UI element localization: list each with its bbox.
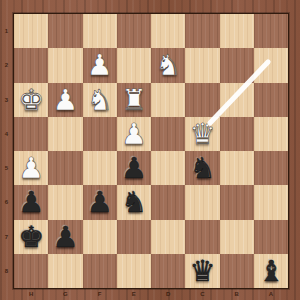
square-d6[interactable] [151, 185, 185, 219]
rank-label-5: 5 [2, 164, 11, 172]
square-b7[interactable] [220, 220, 254, 254]
file-label-b: B [232, 290, 242, 298]
piece-black-pawn-g7: ♟ [52, 220, 78, 254]
piece-black-knight-c5: ♞ [189, 151, 215, 185]
square-h3[interactable]: ♚ [14, 83, 48, 117]
square-d4[interactable] [151, 117, 185, 151]
square-a8[interactable]: ♝ [254, 254, 288, 288]
square-c2[interactable] [185, 48, 219, 82]
piece-white-rook-e3: ♜ [121, 83, 147, 117]
square-a7[interactable] [254, 220, 288, 254]
square-b4[interactable] [220, 117, 254, 151]
piece-white-pawn-e4: ♟ [121, 117, 147, 151]
square-c1[interactable] [185, 14, 219, 48]
rank-label-3: 3 [2, 96, 11, 104]
square-d8[interactable] [151, 254, 185, 288]
file-label-f: F [95, 290, 105, 298]
square-d5[interactable] [151, 151, 185, 185]
square-c5[interactable]: ♞ [185, 151, 219, 185]
square-g3[interactable]: ♟ [48, 83, 82, 117]
rank-label-1: 1 [2, 27, 11, 35]
square-e2[interactable] [117, 48, 151, 82]
piece-black-king-h7: ♚ [18, 220, 44, 254]
square-a6[interactable] [254, 185, 288, 219]
piece-white-pawn-g3: ♟ [52, 83, 78, 117]
square-h4[interactable] [14, 117, 48, 151]
square-f8[interactable] [83, 254, 117, 288]
square-b5[interactable] [220, 151, 254, 185]
square-f4[interactable] [83, 117, 117, 151]
square-e7[interactable] [117, 220, 151, 254]
square-h2[interactable] [14, 48, 48, 82]
square-d2[interactable]: ♞ [151, 48, 185, 82]
square-f7[interactable] [83, 220, 117, 254]
square-c6[interactable] [185, 185, 219, 219]
square-b2[interactable] [220, 48, 254, 82]
square-d1[interactable] [151, 14, 185, 48]
square-d3[interactable] [151, 83, 185, 117]
square-d7[interactable] [151, 220, 185, 254]
piece-black-pawn-h6: ♟ [18, 185, 44, 219]
piece-white-king-h3: ♚ [18, 83, 44, 117]
square-g7[interactable]: ♟ [48, 220, 82, 254]
square-b6[interactable] [220, 185, 254, 219]
rank-label-6: 6 [2, 198, 11, 206]
square-f6[interactable]: ♟ [83, 185, 117, 219]
square-a2[interactable] [254, 48, 288, 82]
square-f5[interactable] [83, 151, 117, 185]
square-c3[interactable] [185, 83, 219, 117]
piece-black-pawn-f6: ♟ [87, 185, 113, 219]
file-label-d: D [163, 290, 173, 298]
square-f1[interactable] [83, 14, 117, 48]
square-e4[interactable]: ♟ [117, 117, 151, 151]
chess-diagram: ♟♞♚♟♞♜♟♛♟♟♞♟♟♞♚♟♛♝ 12345678HGFEDCBA [0, 0, 300, 300]
piece-black-knight-e6: ♞ [121, 185, 147, 219]
square-g4[interactable] [48, 117, 82, 151]
square-a4[interactable] [254, 117, 288, 151]
square-h6[interactable]: ♟ [14, 185, 48, 219]
square-e5[interactable]: ♟ [117, 151, 151, 185]
piece-white-pawn-h5: ♟ [18, 151, 44, 185]
piece-black-bishop-a8: ♝ [258, 254, 284, 288]
piece-black-pawn-e5: ♟ [121, 151, 147, 185]
piece-white-knight-d2: ♞ [155, 48, 181, 82]
square-h1[interactable] [14, 14, 48, 48]
square-g2[interactable] [48, 48, 82, 82]
piece-white-queen-c4: ♛ [189, 117, 215, 151]
square-g6[interactable] [48, 185, 82, 219]
square-b1[interactable] [220, 14, 254, 48]
file-label-g: G [60, 290, 70, 298]
square-g1[interactable] [48, 14, 82, 48]
square-g8[interactable] [48, 254, 82, 288]
square-b8[interactable] [220, 254, 254, 288]
file-label-a: A [266, 290, 276, 298]
square-f3[interactable]: ♞ [83, 83, 117, 117]
rank-label-2: 2 [2, 61, 11, 69]
file-label-e: E [129, 290, 139, 298]
rank-label-4: 4 [2, 130, 11, 138]
piece-white-knight-f3: ♞ [87, 83, 113, 117]
square-c7[interactable] [185, 220, 219, 254]
square-c4[interactable]: ♛ [185, 117, 219, 151]
rank-label-7: 7 [2, 233, 11, 241]
piece-white-pawn-f2: ♟ [87, 48, 113, 82]
square-e8[interactable] [117, 254, 151, 288]
square-a3[interactable] [254, 83, 288, 117]
square-e6[interactable]: ♞ [117, 185, 151, 219]
rank-label-8: 8 [2, 267, 11, 275]
square-b3[interactable] [220, 83, 254, 117]
square-e1[interactable] [117, 14, 151, 48]
square-h5[interactable]: ♟ [14, 151, 48, 185]
chess-board: ♟♞♚♟♞♜♟♛♟♟♞♟♟♞♚♟♛♝ [13, 13, 289, 289]
file-label-h: H [26, 290, 36, 298]
piece-black-queen-c8: ♛ [189, 254, 215, 288]
square-e3[interactable]: ♜ [117, 83, 151, 117]
file-label-c: C [197, 290, 207, 298]
square-h7[interactable]: ♚ [14, 220, 48, 254]
square-a5[interactable] [254, 151, 288, 185]
square-h8[interactable] [14, 254, 48, 288]
square-a1[interactable] [254, 14, 288, 48]
square-f2[interactable]: ♟ [83, 48, 117, 82]
square-c8[interactable]: ♛ [185, 254, 219, 288]
square-g5[interactable] [48, 151, 82, 185]
